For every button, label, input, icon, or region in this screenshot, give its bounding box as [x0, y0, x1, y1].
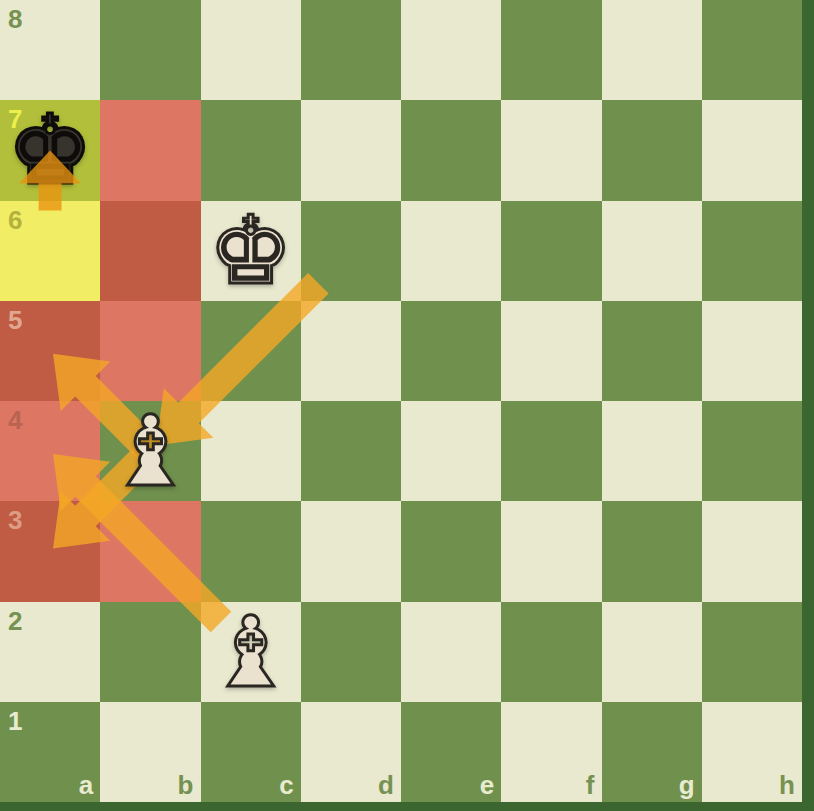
- square-c8[interactable]: [201, 0, 301, 100]
- square-g7[interactable]: [602, 100, 702, 200]
- square-h3[interactable]: [702, 501, 802, 601]
- square-h8[interactable]: [702, 0, 802, 100]
- rank-label-5: 5: [8, 307, 22, 333]
- square-c6[interactable]: [201, 201, 301, 301]
- square-d2[interactable]: [301, 602, 401, 702]
- square-h2[interactable]: [702, 602, 802, 702]
- square-c2[interactable]: [201, 602, 301, 702]
- square-g2[interactable]: [602, 602, 702, 702]
- rank-label-4: 4: [8, 407, 22, 433]
- square-e1[interactable]: e: [401, 702, 501, 802]
- square-a6[interactable]: 6: [0, 201, 100, 301]
- square-f5[interactable]: [501, 301, 601, 401]
- square-d4[interactable]: [301, 401, 401, 501]
- square-a7[interactable]: 7: [0, 100, 100, 200]
- file-label-f: f: [586, 772, 595, 798]
- rank-label-3: 3: [8, 507, 22, 533]
- square-c7[interactable]: [201, 100, 301, 200]
- file-label-g: g: [679, 772, 695, 798]
- file-label-b: b: [178, 772, 194, 798]
- square-d3[interactable]: [301, 501, 401, 601]
- rank-label-6: 6: [8, 207, 22, 233]
- square-h5[interactable]: [702, 301, 802, 401]
- square-b2[interactable]: [100, 602, 200, 702]
- chess-board: 87654321abcdefgh: [0, 0, 802, 802]
- square-e2[interactable]: [401, 602, 501, 702]
- square-a1[interactable]: 1a: [0, 702, 100, 802]
- square-c5[interactable]: [201, 301, 301, 401]
- rank-label-7: 7: [8, 106, 22, 132]
- square-g3[interactable]: [602, 501, 702, 601]
- square-a3[interactable]: 3: [0, 501, 100, 601]
- square-b3[interactable]: [100, 501, 200, 601]
- square-f7[interactable]: [501, 100, 601, 200]
- board-container: 87654321abcdefgh ♚♚♝♝: [0, 0, 814, 811]
- square-e6[interactable]: [401, 201, 501, 301]
- square-e5[interactable]: [401, 301, 501, 401]
- square-a8[interactable]: 8: [0, 0, 100, 100]
- square-b6[interactable]: [100, 201, 200, 301]
- square-e3[interactable]: [401, 501, 501, 601]
- square-g6[interactable]: [602, 201, 702, 301]
- square-h4[interactable]: [702, 401, 802, 501]
- square-c4[interactable]: [201, 401, 301, 501]
- square-f6[interactable]: [501, 201, 601, 301]
- square-f3[interactable]: [501, 501, 601, 601]
- rank-label-2: 2: [8, 608, 22, 634]
- rank-label-8: 8: [8, 6, 22, 32]
- square-b5[interactable]: [100, 301, 200, 401]
- square-d1[interactable]: d: [301, 702, 401, 802]
- file-label-a: a: [79, 772, 93, 798]
- file-label-e: e: [480, 772, 494, 798]
- square-e4[interactable]: [401, 401, 501, 501]
- square-h7[interactable]: [702, 100, 802, 200]
- square-g1[interactable]: g: [602, 702, 702, 802]
- square-f2[interactable]: [501, 602, 601, 702]
- square-b4[interactable]: [100, 401, 200, 501]
- square-c1[interactable]: c: [201, 702, 301, 802]
- square-f4[interactable]: [501, 401, 601, 501]
- square-e7[interactable]: [401, 100, 501, 200]
- square-d5[interactable]: [301, 301, 401, 401]
- square-d7[interactable]: [301, 100, 401, 200]
- square-d6[interactable]: [301, 201, 401, 301]
- square-h6[interactable]: [702, 201, 802, 301]
- square-a5[interactable]: 5: [0, 301, 100, 401]
- square-g4[interactable]: [602, 401, 702, 501]
- file-label-h: h: [779, 772, 795, 798]
- square-f8[interactable]: [501, 0, 601, 100]
- square-b8[interactable]: [100, 0, 200, 100]
- square-g5[interactable]: [602, 301, 702, 401]
- file-label-c: c: [279, 772, 293, 798]
- square-a4[interactable]: 4: [0, 401, 100, 501]
- file-label-d: d: [378, 772, 394, 798]
- square-g8[interactable]: [602, 0, 702, 100]
- square-b1[interactable]: b: [100, 702, 200, 802]
- square-d8[interactable]: [301, 0, 401, 100]
- rank-label-1: 1: [8, 708, 22, 734]
- square-h1[interactable]: h: [702, 702, 802, 802]
- square-a2[interactable]: 2: [0, 602, 100, 702]
- square-e8[interactable]: [401, 0, 501, 100]
- square-c3[interactable]: [201, 501, 301, 601]
- square-b7[interactable]: [100, 100, 200, 200]
- square-f1[interactable]: f: [501, 702, 601, 802]
